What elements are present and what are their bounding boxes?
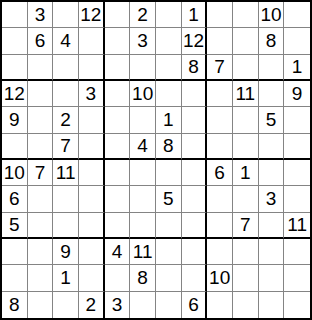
cell-r10c12-empty[interactable] bbox=[284, 239, 310, 265]
cell-r7c8-empty[interactable] bbox=[182, 160, 208, 186]
cell-r9c8-empty[interactable] bbox=[182, 213, 208, 239]
cell-r3c2-empty[interactable] bbox=[28, 55, 54, 81]
cell-r5c2-empty[interactable] bbox=[28, 107, 54, 133]
cell-r4c2-empty[interactable] bbox=[28, 81, 54, 107]
cell-r7c6-empty[interactable] bbox=[130, 160, 156, 186]
cell-r5c9-empty[interactable] bbox=[207, 107, 233, 133]
cell-r12c6-empty[interactable] bbox=[130, 292, 156, 318]
cell-r7c12-empty[interactable] bbox=[284, 160, 310, 186]
cell-r2c11-given[interactable]: 8 bbox=[259, 28, 285, 54]
cell-r3c5-empty[interactable] bbox=[105, 55, 131, 81]
cell-r7c3-given[interactable]: 11 bbox=[53, 160, 79, 186]
cell-r6c11-empty[interactable] bbox=[259, 134, 285, 160]
cell-r2c6-given[interactable]: 3 bbox=[130, 28, 156, 54]
cell-r4c12-given[interactable]: 9 bbox=[284, 81, 310, 107]
cell-r9c6-empty[interactable] bbox=[130, 213, 156, 239]
cell-r3c4-empty[interactable] bbox=[79, 55, 105, 81]
cell-r6c9-empty[interactable] bbox=[207, 134, 233, 160]
cell-r6c5-empty[interactable] bbox=[105, 134, 131, 160]
cell-r1c10-empty[interactable] bbox=[233, 2, 259, 28]
cell-r9c5-empty[interactable] bbox=[105, 213, 131, 239]
cell-r2c9-empty[interactable] bbox=[207, 28, 233, 54]
cell-r11c2-empty[interactable] bbox=[28, 265, 54, 291]
cell-r10c6-given[interactable]: 11 bbox=[130, 239, 156, 265]
cell-r2c1-empty[interactable] bbox=[2, 28, 28, 54]
cell-r10c3-given[interactable]: 9 bbox=[53, 239, 79, 265]
cell-r5c6-empty[interactable] bbox=[130, 107, 156, 133]
cell-r1c2-given[interactable]: 3 bbox=[28, 2, 54, 28]
cell-r12c10-empty[interactable] bbox=[233, 292, 259, 318]
cell-r1c7-empty[interactable] bbox=[156, 2, 182, 28]
cell-r10c7-empty[interactable] bbox=[156, 239, 182, 265]
cell-r9c11-empty[interactable] bbox=[259, 213, 285, 239]
cell-r12c11-empty[interactable] bbox=[259, 292, 285, 318]
cell-r6c7-given[interactable]: 8 bbox=[156, 134, 182, 160]
cell-r6c1-empty[interactable] bbox=[2, 134, 28, 160]
cell-r11c9-given[interactable]: 10 bbox=[207, 265, 233, 291]
cell-r2c7-empty[interactable] bbox=[156, 28, 182, 54]
cell-r8c6-empty[interactable] bbox=[130, 186, 156, 212]
cell-r10c1-empty[interactable] bbox=[2, 239, 28, 265]
cell-r5c7-given[interactable]: 1 bbox=[156, 107, 182, 133]
cell-r5c4-empty[interactable] bbox=[79, 107, 105, 133]
cell-r8c2-empty[interactable] bbox=[28, 186, 54, 212]
cell-r10c8-empty[interactable] bbox=[182, 239, 208, 265]
cell-r4c7-empty[interactable] bbox=[156, 81, 182, 107]
cell-r12c2-empty[interactable] bbox=[28, 292, 54, 318]
cell-r8c8-empty[interactable] bbox=[182, 186, 208, 212]
cell-r1c4-given[interactable]: 12 bbox=[79, 2, 105, 28]
cell-r11c12-empty[interactable] bbox=[284, 265, 310, 291]
cell-r6c3-given[interactable]: 7 bbox=[53, 134, 79, 160]
cell-r8c12-empty[interactable] bbox=[284, 186, 310, 212]
cell-r11c4-empty[interactable] bbox=[79, 265, 105, 291]
cell-r6c6-given[interactable]: 4 bbox=[130, 134, 156, 160]
cell-r1c12-empty[interactable] bbox=[284, 2, 310, 28]
cell-r2c5-empty[interactable] bbox=[105, 28, 131, 54]
cell-r5c5-empty[interactable] bbox=[105, 107, 131, 133]
cell-r10c2-empty[interactable] bbox=[28, 239, 54, 265]
cell-r9c1-given[interactable]: 5 bbox=[2, 213, 28, 239]
cell-r8c9-empty[interactable] bbox=[207, 186, 233, 212]
cell-r4c1-given[interactable]: 12 bbox=[2, 81, 28, 107]
cell-r6c2-empty[interactable] bbox=[28, 134, 54, 160]
cell-r7c2-given[interactable]: 7 bbox=[28, 160, 54, 186]
cell-r6c8-empty[interactable] bbox=[182, 134, 208, 160]
cell-r4c11-empty[interactable] bbox=[259, 81, 285, 107]
cell-r11c11-empty[interactable] bbox=[259, 265, 285, 291]
cell-r12c3-empty[interactable] bbox=[53, 292, 79, 318]
cell-r4c3-empty[interactable] bbox=[53, 81, 79, 107]
cell-r9c10-given[interactable]: 7 bbox=[233, 213, 259, 239]
cell-r4c9-empty[interactable] bbox=[207, 81, 233, 107]
cell-r8c7-given[interactable]: 5 bbox=[156, 186, 182, 212]
cell-r6c4-empty[interactable] bbox=[79, 134, 105, 160]
cell-r8c5-empty[interactable] bbox=[105, 186, 131, 212]
cell-r3c8-given[interactable]: 8 bbox=[182, 55, 208, 81]
cell-r10c9-empty[interactable] bbox=[207, 239, 233, 265]
cell-r10c5-given[interactable]: 4 bbox=[105, 239, 131, 265]
cell-r1c1-empty[interactable] bbox=[2, 2, 28, 28]
cell-r2c12-empty[interactable] bbox=[284, 28, 310, 54]
cell-r4c6-given[interactable]: 10 bbox=[130, 81, 156, 107]
cell-r10c11-empty[interactable] bbox=[259, 239, 285, 265]
cell-r8c1-given[interactable]: 6 bbox=[2, 186, 28, 212]
cell-r1c11-given[interactable]: 10 bbox=[259, 2, 285, 28]
cell-r11c3-given[interactable]: 1 bbox=[53, 265, 79, 291]
cell-r2c3-given[interactable]: 4 bbox=[53, 28, 79, 54]
cell-r12c1-given[interactable]: 8 bbox=[2, 292, 28, 318]
cell-r1c3-empty[interactable] bbox=[53, 2, 79, 28]
cell-r9c7-empty[interactable] bbox=[156, 213, 182, 239]
cell-r3c12-given[interactable]: 1 bbox=[284, 55, 310, 81]
cell-r5c8-empty[interactable] bbox=[182, 107, 208, 133]
cell-r12c5-given[interactable]: 3 bbox=[105, 292, 131, 318]
cell-r9c3-empty[interactable] bbox=[53, 213, 79, 239]
cell-r8c3-empty[interactable] bbox=[53, 186, 79, 212]
cell-r1c5-empty[interactable] bbox=[105, 2, 131, 28]
cell-r5c12-empty[interactable] bbox=[284, 107, 310, 133]
cell-r3c11-empty[interactable] bbox=[259, 55, 285, 81]
cell-r3c1-empty[interactable] bbox=[2, 55, 28, 81]
cell-r12c9-empty[interactable] bbox=[207, 292, 233, 318]
cell-r9c2-empty[interactable] bbox=[28, 213, 54, 239]
cell-r11c6-given[interactable]: 8 bbox=[130, 265, 156, 291]
cell-r3c7-empty[interactable] bbox=[156, 55, 182, 81]
cell-r1c6-given[interactable]: 2 bbox=[130, 2, 156, 28]
cell-r11c10-empty[interactable] bbox=[233, 265, 259, 291]
cell-r11c7-empty[interactable] bbox=[156, 265, 182, 291]
cell-r11c8-empty[interactable] bbox=[182, 265, 208, 291]
cell-r4c8-empty[interactable] bbox=[182, 81, 208, 107]
cell-r8c10-empty[interactable] bbox=[233, 186, 259, 212]
sudoku-board: 3122110643128871123101199215748107116165… bbox=[0, 0, 312, 320]
cell-r5c10-empty[interactable] bbox=[233, 107, 259, 133]
cell-r3c10-empty[interactable] bbox=[233, 55, 259, 81]
cell-r2c4-empty[interactable] bbox=[79, 28, 105, 54]
cell-r2c10-empty[interactable] bbox=[233, 28, 259, 54]
cell-r8c11-given[interactable]: 3 bbox=[259, 186, 285, 212]
cell-r12c4-given[interactable]: 2 bbox=[79, 292, 105, 318]
cell-r7c4-empty[interactable] bbox=[79, 160, 105, 186]
cell-r1c9-empty[interactable] bbox=[207, 2, 233, 28]
cell-r6c12-empty[interactable] bbox=[284, 134, 310, 160]
cell-r4c4-given[interactable]: 3 bbox=[79, 81, 105, 107]
cell-r1c8-given[interactable]: 1 bbox=[182, 2, 208, 28]
cell-r11c1-empty[interactable] bbox=[2, 265, 28, 291]
cell-r4c10-given[interactable]: 11 bbox=[233, 81, 259, 107]
cell-r10c10-empty[interactable] bbox=[233, 239, 259, 265]
cell-r5c11-given[interactable]: 5 bbox=[259, 107, 285, 133]
cell-r5c3-given[interactable]: 2 bbox=[53, 107, 79, 133]
cell-r9c4-empty[interactable] bbox=[79, 213, 105, 239]
cell-r3c9-given[interactable]: 7 bbox=[207, 55, 233, 81]
cell-r3c3-empty[interactable] bbox=[53, 55, 79, 81]
cell-r7c10-given[interactable]: 1 bbox=[233, 160, 259, 186]
cell-r6c10-empty[interactable] bbox=[233, 134, 259, 160]
cell-r9c9-empty[interactable] bbox=[207, 213, 233, 239]
cell-r9c12-given[interactable]: 11 bbox=[284, 213, 310, 239]
cell-r5c1-given[interactable]: 9 bbox=[2, 107, 28, 133]
cell-r12c7-empty[interactable] bbox=[156, 292, 182, 318]
cell-r2c2-given[interactable]: 6 bbox=[28, 28, 54, 54]
cell-r10c4-empty[interactable] bbox=[79, 239, 105, 265]
cell-r8c4-empty[interactable] bbox=[79, 186, 105, 212]
cell-r4c5-empty[interactable] bbox=[105, 81, 131, 107]
cell-r3c6-empty[interactable] bbox=[130, 55, 156, 81]
cell-r7c5-empty[interactable] bbox=[105, 160, 131, 186]
cell-r12c12-empty[interactable] bbox=[284, 292, 310, 318]
cell-r7c11-empty[interactable] bbox=[259, 160, 285, 186]
cell-r11c5-empty[interactable] bbox=[105, 265, 131, 291]
cell-r7c7-empty[interactable] bbox=[156, 160, 182, 186]
cell-r12c8-given[interactable]: 6 bbox=[182, 292, 208, 318]
cell-r7c1-given[interactable]: 10 bbox=[2, 160, 28, 186]
cell-r7c9-given[interactable]: 6 bbox=[207, 160, 233, 186]
cell-r2c8-given[interactable]: 12 bbox=[182, 28, 208, 54]
